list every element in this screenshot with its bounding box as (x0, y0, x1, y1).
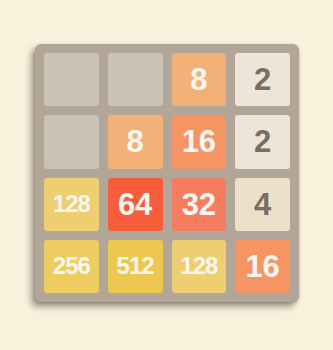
tile-128-r2c0: 128 (44, 178, 99, 231)
empty-cell-r0c0 (44, 53, 99, 106)
tile-4-r2c3: 4 (235, 178, 290, 231)
tile-16-r1c2: 16 (172, 115, 227, 168)
tile-2-r0c3: 2 (235, 53, 290, 106)
tile-128-r3c2: 128 (172, 240, 227, 293)
tile-32-r2c2: 32 (172, 178, 227, 231)
board-2048[interactable]: 8281621286432425651212816 (35, 44, 299, 302)
tile-grid: 8281621286432425651212816 (44, 53, 290, 293)
tile-512-r3c1: 512 (108, 240, 163, 293)
page-background: { "game": "2048", "board_size": { "rows"… (0, 0, 333, 350)
tile-256-r3c0: 256 (44, 240, 99, 293)
tile-16-r3c3: 16 (235, 240, 290, 293)
empty-cell-r1c0 (44, 115, 99, 168)
tile-2-r1c3: 2 (235, 115, 290, 168)
tile-8-r1c1: 8 (108, 115, 163, 168)
empty-cell-r0c1 (108, 53, 163, 106)
tile-64-r2c1: 64 (108, 178, 163, 231)
tile-8-r0c2: 8 (172, 53, 227, 106)
